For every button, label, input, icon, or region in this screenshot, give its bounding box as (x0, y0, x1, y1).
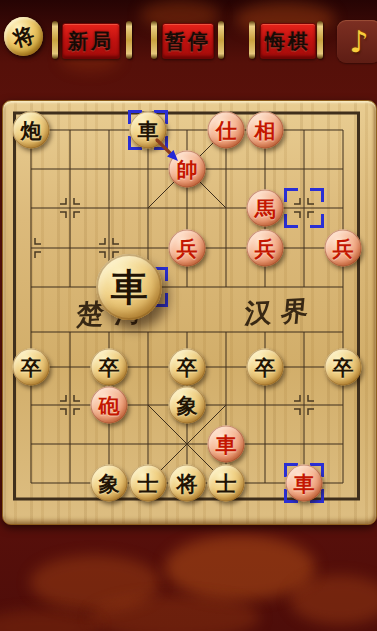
dragon-pattern (90, 595, 260, 631)
piece-char: 車 (111, 269, 148, 306)
piece-char: 象 (177, 395, 198, 416)
piece-char: 馬 (255, 198, 276, 219)
piece-black-炮[interactable]: 炮 (13, 112, 50, 149)
piece-red-相[interactable]: 相 (247, 112, 284, 149)
dragon-pattern (290, 575, 377, 625)
piece-char: 卒 (99, 357, 120, 378)
dragon-pattern (0, 610, 100, 631)
piece-char: 兵 (333, 238, 354, 259)
piece-char: 将 (177, 473, 198, 494)
piece-char: 砲 (99, 395, 120, 416)
scroll-rod (52, 21, 58, 59)
scroll-rod (249, 21, 255, 59)
piece-char: 兵 (177, 238, 198, 259)
piece-black-象[interactable]: 象 (169, 387, 206, 424)
piece-char: 車 (294, 473, 315, 494)
piece-black-卒[interactable]: 卒 (13, 349, 50, 386)
piece-black-車[interactable]: 車 (130, 112, 167, 149)
piece-black-士[interactable]: 士 (208, 465, 245, 502)
piece-char: 卒 (333, 357, 354, 378)
piece-char: 帥 (177, 159, 198, 180)
pause-button[interactable]: 暂停 (162, 23, 214, 59)
piece-char: 卒 (255, 357, 276, 378)
scroll-rod (151, 21, 157, 59)
undo-button[interactable]: 悔棋 (260, 23, 316, 59)
piece-char: 仕 (216, 120, 237, 141)
piece-char: 兵 (255, 238, 276, 259)
piece-black-士[interactable]: 士 (130, 465, 167, 502)
xiangqi-app: 将 新局暂停悔棋 ♪ 楚河 汉界 炮車仕相帥馬兵兵兵卒卒卒卒卒砲象車象士将士車車 (0, 0, 377, 631)
piece-black-卒[interactable]: 卒 (247, 349, 284, 386)
piece-char: 士 (138, 473, 159, 494)
piece-black-卒[interactable]: 卒 (91, 349, 128, 386)
piece-char: 卒 (177, 357, 198, 378)
piece-char: 炮 (21, 120, 42, 141)
scroll-rod (317, 21, 323, 59)
piece-red-車[interactable]: 車 (286, 465, 323, 502)
new-game-button[interactable]: 新局 (62, 23, 120, 59)
piece-red-帥[interactable]: 帥 (169, 151, 206, 188)
piece-red-馬[interactable]: 馬 (247, 190, 284, 227)
piece-red-砲[interactable]: 砲 (91, 387, 128, 424)
piece-black-卒[interactable]: 卒 (325, 349, 362, 386)
piece-black-将[interactable]: 将 (169, 465, 206, 502)
piece-char: 象 (99, 473, 120, 494)
piece-red-兵[interactable]: 兵 (247, 230, 284, 267)
scroll-rod (218, 21, 224, 59)
piece-red-車[interactable]: 車 (208, 426, 245, 463)
piece-char: 車 (138, 120, 159, 141)
piece-char: 卒 (21, 357, 42, 378)
piece-black-卒[interactable]: 卒 (169, 349, 206, 386)
selection-bracket (284, 188, 324, 228)
piece-red-兵[interactable]: 兵 (169, 230, 206, 267)
scroll-rod (126, 21, 132, 59)
piece-char: 士 (216, 473, 237, 494)
river-text-han-jie: 汉界 (243, 292, 319, 332)
piece-red-仕[interactable]: 仕 (208, 112, 245, 149)
dragon-pattern (30, 555, 160, 610)
piece-char: 相 (255, 120, 276, 141)
music-toggle-button[interactable]: ♪ (337, 20, 377, 63)
turn-indicator-badge: 将 (4, 17, 43, 56)
turn-indicator-char: 将 (10, 20, 38, 52)
piece-red-兵[interactable]: 兵 (325, 230, 362, 267)
piece-char: 車 (216, 434, 237, 455)
piece-black-車[interactable]: 車 (96, 254, 162, 320)
piece-black-象[interactable]: 象 (91, 465, 128, 502)
dragon-pattern (165, 535, 315, 600)
music-note-icon: ♪ (349, 27, 368, 57)
